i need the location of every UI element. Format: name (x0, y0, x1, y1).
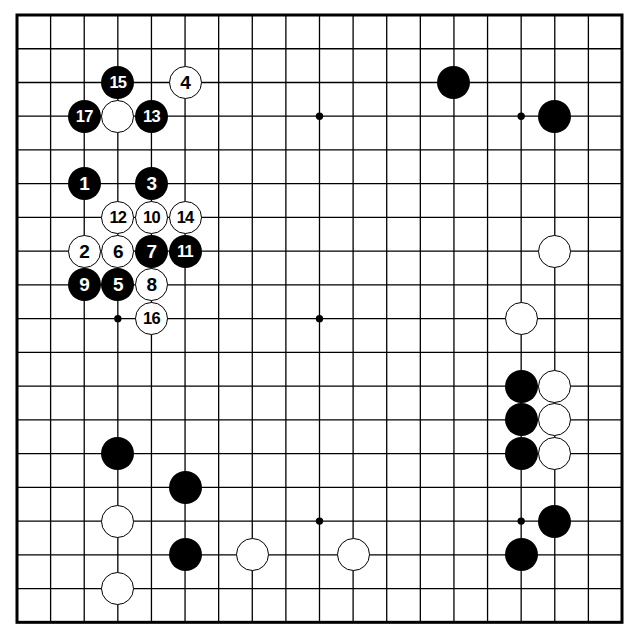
board-intersection (168, 470, 202, 504)
stone-black-move-17: 17 (68, 100, 101, 133)
stone-black (538, 505, 571, 538)
move-number: 14 (177, 209, 194, 226)
stone-black (169, 471, 202, 504)
stone-black (538, 100, 571, 133)
move-number: 15 (109, 74, 126, 91)
board-intersection (538, 234, 572, 268)
move-number: 11 (177, 242, 193, 259)
board-intersection: 9 (67, 268, 101, 302)
board-intersection: 7 (135, 234, 169, 268)
move-number: 5 (113, 275, 123, 294)
stone-black-move-11: 11 (169, 235, 202, 268)
stone-white (236, 538, 269, 571)
stone-black-move-1: 1 (68, 167, 101, 200)
stone-white (101, 100, 134, 133)
board-intersection: 6 (101, 234, 135, 268)
board-intersection: 5 (101, 268, 135, 302)
stone-white-move-16: 16 (135, 302, 168, 335)
board-intersection: 12 (101, 201, 135, 235)
stone-black-move-9: 9 (68, 268, 101, 301)
move-number: 13 (143, 107, 160, 124)
board-intersection: 13 (135, 99, 169, 133)
board-intersection (336, 538, 370, 572)
move-number: 16 (143, 310, 160, 327)
stone-white-move-14: 14 (169, 201, 202, 234)
stone-white (337, 538, 370, 571)
board-intersection (101, 437, 135, 471)
move-number: 17 (76, 107, 93, 124)
move-number: 1 (79, 174, 89, 193)
board-intersection (538, 99, 572, 133)
stone-white-move-12: 12 (101, 201, 134, 234)
board-intersection: 3 (135, 167, 169, 201)
move-number: 6 (113, 241, 123, 260)
board-intersection (538, 403, 572, 437)
board-intersection (101, 504, 135, 538)
stone-black (505, 437, 538, 470)
stone-white-move-4: 4 (169, 66, 202, 99)
board-intersection: 17 (67, 99, 101, 133)
stone-white-move-6: 6 (101, 235, 134, 268)
board-intersection (504, 403, 538, 437)
stone-white-move-2: 2 (68, 235, 101, 268)
board-intersection (235, 538, 269, 572)
stone-black (505, 538, 538, 571)
stone-black (101, 437, 134, 470)
go-board: 1541713131210142671195816 (0, 0, 640, 640)
board-intersection (437, 66, 471, 100)
stone-black-move-3: 3 (135, 167, 168, 200)
stone-black (437, 66, 470, 99)
move-number: 2 (79, 241, 89, 260)
board-intersection: 2 (67, 234, 101, 268)
board-intersection (101, 572, 135, 606)
board-intersection (504, 369, 538, 403)
move-number: 7 (147, 241, 157, 260)
move-number: 4 (180, 72, 190, 91)
stone-white (538, 403, 571, 436)
stone-white (538, 370, 571, 403)
board-intersection: 15 (101, 66, 135, 100)
board-intersection: 4 (168, 66, 202, 100)
move-number: 8 (147, 275, 157, 294)
go-diagram-page: 1541713131210142671195816 (0, 0, 640, 640)
stone-black-move-7: 7 (135, 235, 168, 268)
stone-black (169, 538, 202, 571)
board-intersection: 11 (168, 234, 202, 268)
board-intersection (168, 538, 202, 572)
board-intersection (504, 538, 538, 572)
board-intersection: 16 (135, 302, 169, 336)
move-number: 3 (147, 174, 157, 193)
stone-black (505, 403, 538, 436)
board-intersection: 10 (135, 201, 169, 235)
stone-black-move-13: 13 (135, 100, 168, 133)
board-intersection: 1 (67, 167, 101, 201)
stone-white (538, 235, 571, 268)
stone-black (505, 370, 538, 403)
board-intersection (101, 99, 135, 133)
stone-white (538, 437, 571, 470)
board-intersection (504, 437, 538, 471)
stone-black-move-15: 15 (101, 66, 134, 99)
board-intersection (538, 369, 572, 403)
stone-white-move-10: 10 (135, 201, 168, 234)
stone-white (101, 505, 134, 538)
board-intersection (538, 504, 572, 538)
board-intersection: 8 (135, 268, 169, 302)
board-intersection: 14 (168, 201, 202, 235)
stones-layer: 1541713131210142671195816 (0, 0, 639, 639)
stone-white-move-8: 8 (135, 268, 168, 301)
board-intersection (504, 302, 538, 336)
move-number: 10 (143, 209, 160, 226)
stone-white (505, 302, 538, 335)
stone-white (101, 572, 134, 605)
stone-black-move-5: 5 (101, 268, 134, 301)
board-intersection (538, 437, 572, 471)
move-number: 9 (79, 275, 89, 294)
move-number: 12 (109, 209, 126, 226)
